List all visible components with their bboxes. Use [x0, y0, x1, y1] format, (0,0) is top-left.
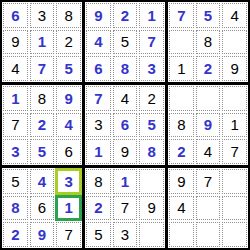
cell-r2c7[interactable] [169, 30, 194, 55]
cell-r5c2[interactable]: 2 [30, 113, 55, 138]
cell-r5c7[interactable]: 8 [169, 113, 194, 138]
cell-r2c3[interactable]: 2 [56, 30, 81, 55]
cell-r1c5[interactable]: 2 [113, 3, 138, 28]
cell-r9c7[interactable] [169, 222, 194, 247]
cell-r6c2[interactable]: 5 [30, 139, 55, 164]
cell-r4c8[interactable] [196, 86, 221, 111]
cell-r9c5[interactable]: 3 [113, 222, 138, 247]
box-3-2: 8127953 [85, 168, 165, 248]
cell-r1c4[interactable]: 9 [86, 3, 111, 28]
cell-r4c9[interactable] [222, 86, 247, 111]
box-3-3: 974 [168, 168, 248, 248]
cell-r3c7[interactable]: 1 [169, 56, 194, 81]
cell-r6c4[interactable]: 1 [86, 139, 111, 164]
cell-r9c9[interactable] [222, 222, 247, 247]
cell-r7c1[interactable]: 5 [3, 169, 28, 194]
cell-r7c2[interactable]: 4 [30, 169, 55, 194]
cell-r2c6[interactable]: 7 [139, 30, 164, 55]
cell-r1c1[interactable]: 6 [3, 3, 28, 28]
cell-r6c5[interactable]: 9 [113, 139, 138, 164]
cell-r3c9[interactable]: 9 [222, 56, 247, 81]
cell-r6c6[interactable]: 8 [139, 139, 164, 164]
cell-r7c5[interactable]: 1 [113, 169, 138, 194]
cell-r5c1[interactable]: 7 [3, 113, 28, 138]
cell-r1c2[interactable]: 3 [30, 3, 55, 28]
cell-r2c9[interactable] [222, 30, 247, 55]
box-3-1: 543861297 [2, 168, 82, 248]
cell-r4c5[interactable]: 4 [113, 86, 138, 111]
cell-r4c4[interactable]: 7 [86, 86, 111, 111]
cell-r5c6[interactable]: 5 [139, 113, 164, 138]
cell-r3c4[interactable]: 6 [86, 56, 111, 81]
cell-r5c3[interactable]: 4 [56, 113, 81, 138]
cell-r7c6[interactable] [139, 169, 164, 194]
cell-r6c1[interactable]: 3 [3, 139, 28, 164]
cell-r8c2[interactable]: 6 [30, 196, 55, 221]
cell-r4c1[interactable]: 1 [3, 86, 28, 111]
cell-r2c5[interactable]: 5 [113, 30, 138, 55]
box-2-3: 891247 [168, 85, 248, 165]
cell-r4c7[interactable] [169, 86, 194, 111]
box-1-2: 921457683 [85, 2, 165, 82]
cell-r4c6[interactable]: 2 [139, 86, 164, 111]
cell-r9c2[interactable]: 9 [30, 222, 55, 247]
cell-r1c8[interactable]: 5 [196, 3, 221, 28]
cell-r8c3[interactable]: 1 [55, 195, 82, 222]
cell-r6c9[interactable]: 7 [222, 139, 247, 164]
cell-r5c4[interactable]: 3 [86, 113, 111, 138]
cell-r7c4[interactable]: 8 [86, 169, 111, 194]
cell-r5c5[interactable]: 6 [113, 113, 138, 138]
cell-r8c8[interactable] [196, 196, 221, 221]
cell-r5c8[interactable]: 9 [196, 113, 221, 138]
cell-r1c3[interactable]: 8 [56, 3, 81, 28]
cell-r9c6[interactable] [139, 222, 164, 247]
cell-r6c7[interactable]: 2 [169, 139, 194, 164]
cell-r3c6[interactable]: 3 [139, 56, 164, 81]
cell-r7c3[interactable]: 3 [55, 168, 82, 195]
cell-r3c2[interactable]: 7 [30, 56, 55, 81]
cell-r8c6[interactable]: 9 [139, 196, 164, 221]
cell-r6c3[interactable]: 6 [56, 139, 81, 164]
cell-r1c9[interactable]: 4 [222, 3, 247, 28]
box-1-1: 638912475 [2, 2, 82, 82]
cell-r3c1[interactable]: 4 [3, 56, 28, 81]
box-2-1: 189724356 [2, 85, 82, 165]
cell-r9c3[interactable]: 7 [56, 222, 81, 247]
cell-r8c4[interactable]: 2 [86, 196, 111, 221]
cell-r4c2[interactable]: 8 [30, 86, 55, 111]
box-1-3: 7548129 [168, 2, 248, 82]
cell-r9c8[interactable] [196, 222, 221, 247]
cell-r1c6[interactable]: 1 [139, 3, 164, 28]
cell-r7c8[interactable]: 7 [196, 169, 221, 194]
cell-r8c1[interactable]: 8 [3, 196, 28, 221]
cell-r1c7[interactable]: 7 [169, 3, 194, 28]
cell-r7c7[interactable]: 9 [169, 169, 194, 194]
cell-r3c5[interactable]: 8 [113, 56, 138, 81]
cell-r2c8[interactable]: 8 [196, 30, 221, 55]
cell-r9c4[interactable]: 5 [86, 222, 111, 247]
cell-r8c7[interactable]: 4 [169, 196, 194, 221]
cell-r2c4[interactable]: 4 [86, 30, 111, 55]
sudoku-board: 6389124759214576837548129189724356742365… [0, 0, 250, 250]
cell-r3c8[interactable]: 2 [196, 56, 221, 81]
cell-r9c1[interactable]: 2 [3, 222, 28, 247]
cell-r8c9[interactable] [222, 196, 247, 221]
cell-r2c1[interactable]: 9 [3, 30, 28, 55]
cell-r4c3[interactable]: 9 [56, 86, 81, 111]
cell-r8c5[interactable]: 7 [113, 196, 138, 221]
cell-r2c2[interactable]: 1 [30, 30, 55, 55]
box-2-2: 742365198 [85, 85, 165, 165]
cell-r5c9[interactable]: 1 [222, 113, 247, 138]
cell-r3c3[interactable]: 5 [56, 56, 81, 81]
cell-r7c9[interactable] [222, 169, 247, 194]
cell-r6c8[interactable]: 4 [196, 139, 221, 164]
